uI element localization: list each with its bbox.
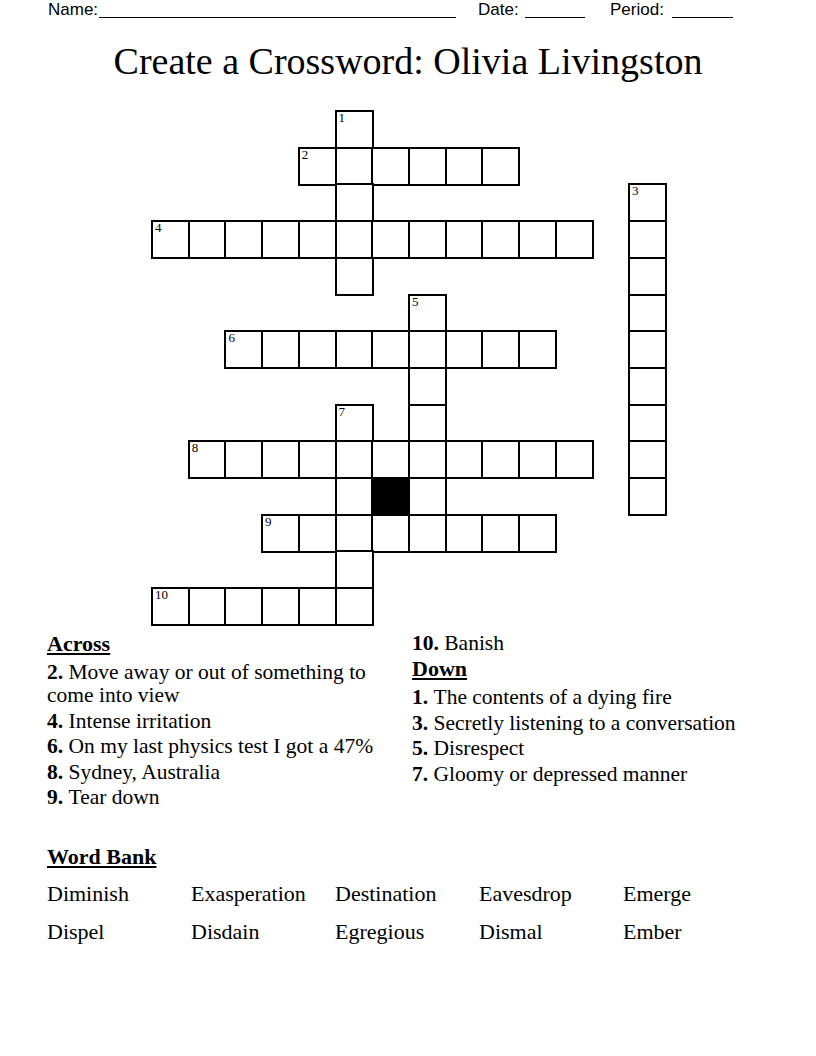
grid-cell[interactable] bbox=[261, 330, 300, 369]
grid-cell[interactable] bbox=[445, 147, 484, 186]
grid-cell[interactable] bbox=[628, 477, 667, 516]
word-bank-word: Ember bbox=[623, 920, 767, 943]
word-bank-heading: Word Bank bbox=[47, 845, 767, 869]
grid-cell[interactable]: 8 bbox=[188, 440, 227, 479]
grid-cell[interactable] bbox=[335, 550, 374, 589]
grid-cell[interactable] bbox=[298, 587, 337, 626]
grid-cell[interactable] bbox=[628, 220, 667, 259]
cell-number: 2 bbox=[302, 148, 309, 162]
grid-cell[interactable] bbox=[371, 330, 410, 369]
clue-across-2: 2. Move away or out of something to come… bbox=[47, 661, 390, 708]
grid-cell[interactable] bbox=[628, 257, 667, 296]
cell-number: 5 bbox=[412, 295, 419, 309]
grid-cell[interactable] bbox=[298, 514, 337, 553]
grid-cell[interactable] bbox=[224, 220, 263, 259]
word-bank-word: Dispel bbox=[47, 920, 191, 943]
cell-number: 4 bbox=[155, 221, 162, 235]
word-bank-word: Disdain bbox=[191, 920, 335, 943]
page-title: Create a Crossword: Olivia Livingston bbox=[0, 40, 816, 82]
grid-cell[interactable] bbox=[335, 587, 374, 626]
grid-cell[interactable] bbox=[371, 147, 410, 186]
grid-cell[interactable] bbox=[261, 440, 300, 479]
grid-cell[interactable] bbox=[335, 183, 374, 222]
grid-cell[interactable] bbox=[628, 404, 667, 443]
grid-cell[interactable] bbox=[628, 294, 667, 333]
grid-cell[interactable] bbox=[335, 147, 374, 186]
grid-cell[interactable] bbox=[518, 514, 557, 553]
grid-cell[interactable]: 10 bbox=[151, 587, 190, 626]
clue-down-7: 7. Gloomy or depressed manner bbox=[412, 763, 780, 786]
grid-cell[interactable] bbox=[371, 514, 410, 553]
grid-cell[interactable] bbox=[261, 220, 300, 259]
clue-number: 8. bbox=[47, 760, 69, 784]
clue-number: 3. bbox=[412, 711, 434, 735]
cell-number: 6 bbox=[228, 331, 235, 345]
grid-cell[interactable] bbox=[481, 147, 520, 186]
grid-cell[interactable]: 9 bbox=[261, 514, 300, 553]
grid-cell[interactable]: 3 bbox=[628, 183, 667, 222]
grid-cell[interactable] bbox=[224, 587, 263, 626]
clue-number: 6. bbox=[47, 734, 69, 758]
cell-number: 9 bbox=[265, 515, 272, 529]
word-bank-word: Emerge bbox=[623, 882, 767, 905]
grid-cell[interactable] bbox=[408, 514, 447, 553]
clue-down-1: 1. The contents of a dying fire bbox=[412, 686, 780, 709]
period-blank-line bbox=[672, 3, 733, 18]
clue-number: 4. bbox=[47, 709, 69, 733]
name-blank-line bbox=[99, 3, 456, 18]
grid-cell[interactable] bbox=[298, 440, 337, 479]
grid-cell[interactable] bbox=[408, 440, 447, 479]
cell-number: 7 bbox=[339, 405, 346, 419]
word-bank-word: Eavesdrop bbox=[479, 882, 623, 905]
grid-cell[interactable] bbox=[335, 257, 374, 296]
grid-cell[interactable] bbox=[445, 330, 484, 369]
clue-across-6: 6. On my last physics test I got a 47% bbox=[47, 735, 390, 758]
grid-cell[interactable] bbox=[408, 477, 447, 516]
grid-cell[interactable] bbox=[408, 147, 447, 186]
grid-cell[interactable] bbox=[335, 477, 374, 516]
cell-number: 1 bbox=[339, 111, 346, 125]
grid-cell[interactable] bbox=[335, 440, 374, 479]
worksheet-page: { "game": "crossword", "title": "Create … bbox=[0, 0, 816, 1056]
down-heading: Down bbox=[412, 657, 780, 681]
crossword-grid: 12345678910 bbox=[151, 110, 667, 626]
clue-across-9: 9. Tear down bbox=[47, 786, 390, 809]
period-label: Period: bbox=[610, 1, 664, 19]
word-bank-word: Destination bbox=[335, 882, 479, 905]
clue-number: 10. bbox=[412, 631, 444, 655]
grid-cell[interactable] bbox=[481, 330, 520, 369]
clue-across-4: 4. Intense irritation bbox=[47, 710, 390, 733]
grid-cell[interactable] bbox=[261, 587, 300, 626]
grid-cell[interactable] bbox=[408, 404, 447, 443]
grid-cell[interactable] bbox=[224, 440, 263, 479]
grid-cell[interactable] bbox=[188, 587, 227, 626]
grid-cell[interactable] bbox=[518, 440, 557, 479]
grid-cell[interactable] bbox=[628, 330, 667, 369]
date-blank-line bbox=[525, 3, 585, 18]
grid-cell[interactable] bbox=[371, 220, 410, 259]
grid-cell[interactable]: 1 bbox=[335, 110, 374, 149]
clues-section: Across 2. Move away or out of something … bbox=[47, 632, 780, 811]
grid-cell[interactable] bbox=[408, 330, 447, 369]
grid-cell[interactable] bbox=[445, 514, 484, 553]
clue-down-3: 3. Secretly listening to a conversation bbox=[412, 712, 780, 735]
clue-number: 2. bbox=[47, 660, 69, 684]
grid-cell[interactable] bbox=[481, 514, 520, 553]
grid-cell[interactable] bbox=[188, 220, 227, 259]
clue-number: 1. bbox=[412, 685, 434, 709]
grid-cell[interactable] bbox=[481, 220, 520, 259]
grid-cell[interactable] bbox=[408, 367, 447, 406]
grid-cell[interactable] bbox=[371, 440, 410, 479]
grid-cell[interactable] bbox=[481, 440, 520, 479]
grid-cell[interactable] bbox=[628, 367, 667, 406]
clue-number: 9. bbox=[47, 785, 69, 809]
grid-cell[interactable] bbox=[445, 440, 484, 479]
grid-cell[interactable] bbox=[518, 330, 557, 369]
cell-number: 10 bbox=[155, 588, 168, 602]
grid-cell[interactable] bbox=[408, 220, 447, 259]
word-bank-word: Dismal bbox=[479, 920, 623, 943]
grid-cell[interactable] bbox=[298, 330, 337, 369]
grid-cell[interactable] bbox=[518, 220, 557, 259]
grid-cell[interactable] bbox=[335, 330, 374, 369]
clue-number: 5. bbox=[412, 736, 434, 760]
cell-number: 3 bbox=[632, 184, 639, 198]
grid-cell[interactable]: 5 bbox=[408, 294, 447, 333]
grid-cell[interactable] bbox=[298, 220, 337, 259]
grid-cell[interactable]: 4 bbox=[151, 220, 190, 259]
clue-across-8: 8. Sydney, Australia bbox=[47, 761, 390, 784]
clue-across-10: 10. Banish bbox=[412, 632, 780, 655]
grid-cell[interactable] bbox=[628, 440, 667, 479]
clue-down-5: 5. Disrespect bbox=[412, 737, 780, 760]
grid-cell[interactable] bbox=[445, 220, 484, 259]
cell-number: 8 bbox=[192, 441, 199, 455]
date-label: Date: bbox=[478, 1, 519, 19]
word-bank-word: Diminish bbox=[47, 882, 191, 905]
name-label: Name: bbox=[48, 1, 98, 19]
grid-cell[interactable]: 7 bbox=[335, 404, 374, 443]
across-clues-column: Across 2. Move away or out of something … bbox=[47, 632, 390, 811]
across-heading: Across bbox=[47, 632, 390, 656]
word-bank-word: Exasperation bbox=[191, 882, 335, 905]
grid-cell[interactable] bbox=[555, 220, 594, 259]
grid-cell[interactable] bbox=[335, 220, 374, 259]
word-bank-word: Egregious bbox=[335, 920, 479, 943]
black-cell bbox=[371, 477, 410, 516]
word-bank-section: Word Bank DiminishExasperationDestinatio… bbox=[47, 845, 767, 943]
grid-cell[interactable] bbox=[335, 514, 374, 553]
grid-cell[interactable] bbox=[555, 440, 594, 479]
grid-cell[interactable]: 2 bbox=[298, 147, 337, 186]
grid-cell[interactable]: 6 bbox=[224, 330, 263, 369]
clue-number: 7. bbox=[412, 762, 434, 786]
down-clues-column: 10. BanishDown 1. The contents of a dyin… bbox=[412, 632, 780, 811]
word-bank-words: DiminishExasperationDestinationEavesdrop… bbox=[47, 882, 767, 943]
